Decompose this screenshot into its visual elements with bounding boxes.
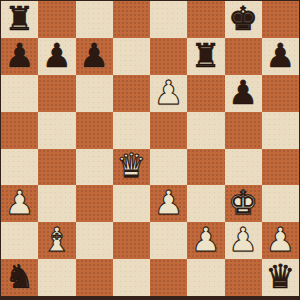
white-pawn: ♟ — [154, 76, 184, 109]
square-f8[interactable] — [187, 1, 224, 38]
black-rook: ♜ — [191, 39, 221, 72]
square-d1[interactable] — [113, 259, 150, 296]
square-d7[interactable] — [113, 38, 150, 75]
square-d8[interactable] — [113, 1, 150, 38]
square-f3[interactable] — [187, 185, 224, 222]
square-b1[interactable] — [38, 259, 75, 296]
square-c5[interactable] — [76, 112, 113, 149]
square-c6[interactable] — [76, 75, 113, 112]
square-g3[interactable]: ♚ — [225, 185, 262, 222]
square-d6[interactable] — [113, 75, 150, 112]
black-pawn: ♟ — [266, 39, 296, 72]
square-a4[interactable] — [1, 149, 38, 186]
square-c4[interactable] — [76, 149, 113, 186]
square-f2[interactable]: ♟ — [187, 222, 224, 259]
white-pawn: ♟ — [5, 186, 35, 219]
square-g7[interactable] — [225, 38, 262, 75]
square-g4[interactable] — [225, 149, 262, 186]
square-c3[interactable] — [76, 185, 113, 222]
black-king: ♚ — [228, 2, 258, 35]
square-c8[interactable] — [76, 1, 113, 38]
square-h4[interactable] — [262, 149, 299, 186]
square-b8[interactable] — [38, 1, 75, 38]
square-d2[interactable] — [113, 222, 150, 259]
square-e8[interactable] — [150, 1, 187, 38]
black-queen: ♛ — [266, 260, 296, 293]
square-g6[interactable]: ♟ — [225, 75, 262, 112]
square-f6[interactable] — [187, 75, 224, 112]
chess-board: ♜♚♟♟♟♜♟♟♟♛♟♟♚♝♟♟♟♞♛ — [0, 0, 300, 300]
square-d3[interactable] — [113, 185, 150, 222]
square-b4[interactable] — [38, 149, 75, 186]
square-b6[interactable] — [38, 75, 75, 112]
black-pawn: ♟ — [5, 39, 35, 72]
square-e3[interactable]: ♟ — [150, 185, 187, 222]
square-h5[interactable] — [262, 112, 299, 149]
white-king: ♚ — [228, 186, 258, 219]
square-a2[interactable] — [1, 222, 38, 259]
white-pawn: ♟ — [228, 223, 258, 256]
square-h2[interactable]: ♟ — [262, 222, 299, 259]
square-e6[interactable]: ♟ — [150, 75, 187, 112]
square-a3[interactable]: ♟ — [1, 185, 38, 222]
square-a6[interactable] — [1, 75, 38, 112]
square-e7[interactable] — [150, 38, 187, 75]
square-h3[interactable] — [262, 185, 299, 222]
square-g1[interactable] — [225, 259, 262, 296]
square-d5[interactable] — [113, 112, 150, 149]
square-a5[interactable] — [1, 112, 38, 149]
square-f5[interactable] — [187, 112, 224, 149]
square-g2[interactable]: ♟ — [225, 222, 262, 259]
square-b3[interactable] — [38, 185, 75, 222]
square-e5[interactable] — [150, 112, 187, 149]
square-e4[interactable] — [150, 149, 187, 186]
square-c1[interactable] — [76, 259, 113, 296]
square-a7[interactable]: ♟ — [1, 38, 38, 75]
square-a1[interactable]: ♞ — [1, 259, 38, 296]
black-rook: ♜ — [5, 2, 35, 35]
square-h6[interactable] — [262, 75, 299, 112]
square-h7[interactable]: ♟ — [262, 38, 299, 75]
square-g8[interactable]: ♚ — [225, 1, 262, 38]
white-pawn: ♟ — [191, 223, 221, 256]
square-d4[interactable]: ♛ — [113, 149, 150, 186]
square-h8[interactable] — [262, 1, 299, 38]
square-b7[interactable]: ♟ — [38, 38, 75, 75]
square-h1[interactable]: ♛ — [262, 259, 299, 296]
white-bishop: ♝ — [42, 223, 72, 256]
square-f7[interactable]: ♜ — [187, 38, 224, 75]
square-b2[interactable]: ♝ — [38, 222, 75, 259]
square-e2[interactable] — [150, 222, 187, 259]
white-pawn: ♟ — [266, 223, 296, 256]
square-f4[interactable] — [187, 149, 224, 186]
chess-diagram: ♜♚♟♟♟♜♟♟♟♛♟♟♚♝♟♟♟♞♛ — [0, 0, 300, 300]
square-f1[interactable] — [187, 259, 224, 296]
white-pawn: ♟ — [154, 186, 184, 219]
square-a8[interactable]: ♜ — [1, 1, 38, 38]
white-queen: ♛ — [117, 149, 147, 182]
black-pawn: ♟ — [228, 76, 258, 109]
square-c2[interactable] — [76, 222, 113, 259]
black-pawn: ♟ — [42, 39, 72, 72]
square-e1[interactable] — [150, 259, 187, 296]
black-pawn: ♟ — [79, 39, 109, 72]
black-knight: ♞ — [5, 260, 35, 293]
square-b5[interactable] — [38, 112, 75, 149]
square-g5[interactable] — [225, 112, 262, 149]
square-c7[interactable]: ♟ — [76, 38, 113, 75]
